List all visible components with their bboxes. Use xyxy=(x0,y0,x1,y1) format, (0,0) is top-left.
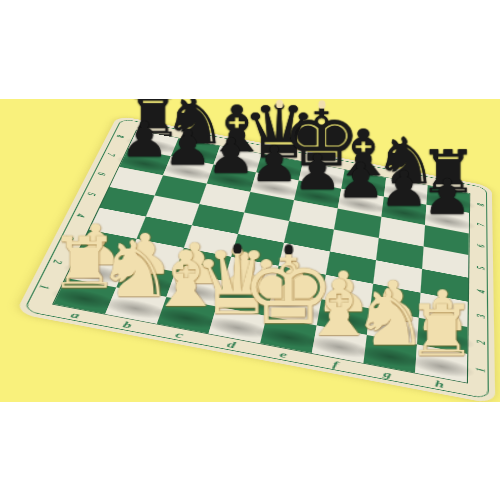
piece-finial xyxy=(318,100,325,108)
piece-black-pawn-e7[interactable]: ♟ xyxy=(293,148,342,197)
piece-black-pawn-g7[interactable]: ♟ xyxy=(379,164,428,213)
piece-finial xyxy=(284,244,293,254)
piece-black-pawn-c7[interactable]: ♟ xyxy=(206,131,255,180)
product-photo: ♜♞♝♛♚♝♞♜♟♟♟♟♟♟♟♟♟♟♟♟♟♟♟♟♜♞♝♛♚♝♞♜ abcdefg… xyxy=(0,99,500,402)
page-canvas: ♜♞♝♛♚♝♞♜♟♟♟♟♟♟♟♟♟♟♟♟♟♟♟♟♜♞♝♛♚♝♞♜ abcdefg… xyxy=(0,0,500,500)
piece-black-pawn-h7[interactable]: ♟ xyxy=(423,172,472,221)
piece-black-pawn-d7[interactable]: ♟ xyxy=(250,140,299,189)
piece-black-pawn-a7[interactable]: ♟ xyxy=(120,115,169,164)
piece-white-rook-h1[interactable]: ♜ xyxy=(406,296,477,367)
piece-black-pawn-f7[interactable]: ♟ xyxy=(336,156,385,205)
piece-black-pawn-b7[interactable]: ♟ xyxy=(163,123,212,172)
chessboard-mat: ♜♞♝♛♚♝♞♜♟♟♟♟♟♟♟♟♟♟♟♟♟♟♟♟♜♞♝♛♚♝♞♜ abcdefg… xyxy=(15,115,495,402)
